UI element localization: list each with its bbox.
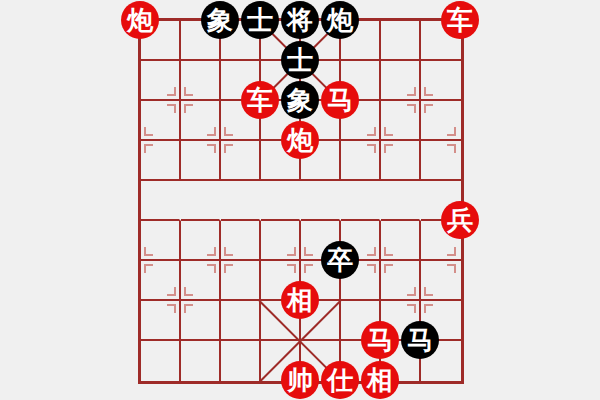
piece-black-advisor[interactable]: 士: [281, 41, 319, 79]
piece-red-advisor[interactable]: 仕: [321, 361, 359, 399]
piece-red-horse[interactable]: 马: [361, 321, 399, 359]
board-cell: [261, 221, 301, 261]
board-cell: [181, 61, 221, 101]
board-cell: [141, 181, 181, 221]
board-cell: [421, 141, 461, 181]
piece-black-elephant[interactable]: 象: [281, 81, 319, 119]
board-cell: [381, 101, 421, 141]
board-cell: [221, 341, 261, 381]
board-cell: [141, 341, 181, 381]
board-cell: [181, 141, 221, 181]
piece-black-horse[interactable]: 马: [401, 321, 439, 359]
board-cell: [421, 61, 461, 101]
board-cell: [341, 181, 381, 221]
piece-black-general[interactable]: 将: [281, 1, 319, 39]
board-cell: [301, 181, 341, 221]
board-cell: [381, 141, 421, 181]
board-cell: [141, 101, 181, 141]
board-cell: [381, 221, 421, 261]
board-cell: [141, 141, 181, 181]
piece-red-elephant[interactable]: 相: [281, 281, 319, 319]
board-cell: [381, 61, 421, 101]
board-cell: [421, 101, 461, 141]
board-cell: [181, 261, 221, 301]
piece-red-cannon[interactable]: 炮: [281, 121, 319, 159]
piece-black-cannon[interactable]: 炮: [321, 1, 359, 39]
piece-red-cannon[interactable]: 炮: [121, 1, 159, 39]
board-cell: [221, 301, 261, 341]
board-stage: 炮象士将炮车士车象马炮兵卒相马马帅仕相: [0, 0, 600, 400]
xiangqi-board: 炮象士将炮车士车象马炮兵卒相马马帅仕相: [138, 18, 464, 384]
piece-red-chariot[interactable]: 车: [441, 1, 479, 39]
board-cell: [181, 301, 221, 341]
board-cell: [381, 181, 421, 221]
piece-red-chariot[interactable]: 车: [241, 81, 279, 119]
board-cell: [421, 261, 461, 301]
piece-red-pawn[interactable]: 兵: [441, 201, 479, 239]
board-cell: [221, 221, 261, 261]
board-cell: [221, 141, 261, 181]
board-cell: [141, 221, 181, 261]
board-cell: [381, 21, 421, 61]
board-cell: [221, 261, 261, 301]
piece-red-horse[interactable]: 马: [321, 81, 359, 119]
board-cell: [261, 181, 301, 221]
board-cell: [141, 61, 181, 101]
board-cell: [181, 101, 221, 141]
board-cell: [341, 141, 381, 181]
board-cell: [181, 341, 221, 381]
piece-red-king[interactable]: 帅: [281, 361, 319, 399]
piece-black-elephant[interactable]: 象: [201, 1, 239, 39]
piece-black-pawn[interactable]: 卒: [321, 241, 359, 279]
board-cell: [141, 261, 181, 301]
piece-black-advisor[interactable]: 士: [241, 1, 279, 39]
board-cell: [221, 181, 261, 221]
board-cell: [181, 181, 221, 221]
board-cell: [181, 221, 221, 261]
board-cell: [381, 261, 421, 301]
board-cell: [141, 301, 181, 341]
piece-red-elephant[interactable]: 相: [361, 361, 399, 399]
